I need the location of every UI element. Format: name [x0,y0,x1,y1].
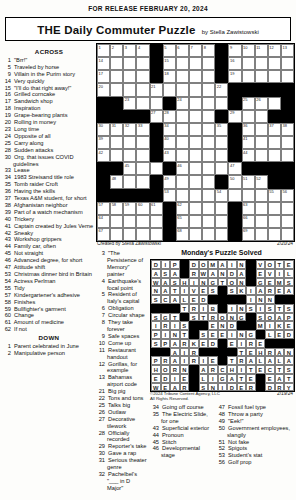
grid-cell [202,57,215,70]
black-cell [281,83,294,96]
clue-number: 55 [3,285,11,292]
grid-cell: N [180,365,190,374]
clue-list-header: ACROSS [3,49,95,56]
grid-cell: D [227,383,237,392]
clue: 46 Advanced degree, for short [3,257,95,264]
cell-number: 52 [256,176,260,181]
clue-text: Talks big [107,402,131,408]
clue-text: Christmas dinner bird in Britain [13,271,92,277]
clue-number: 46 [3,257,11,264]
grid-cell: 2 [110,44,123,57]
clue-number: 12 [97,361,105,368]
cell-number: 30 [99,123,103,128]
grid-cell: N [170,330,180,339]
cell-number: 36 [243,123,247,128]
grid-cell [202,149,215,162]
grid-cell: N [237,330,247,339]
clue: 56 Golf prop [217,459,295,466]
cell-number: 57 [99,202,103,207]
grid-cell: I [170,321,180,330]
grid-cell: S [246,304,256,313]
grid-cell [255,110,268,123]
clue-number: 16 [3,91,11,98]
clue-number: 56 [217,459,225,466]
grid-cell: 17 [97,70,110,83]
grid-cell: R [208,365,218,374]
cell-number: 8 [204,45,206,50]
black-cell [228,202,241,215]
cell-number: 28 [164,110,168,115]
clue: 1 "Brr!" [3,57,95,64]
cell-number: 48 [112,176,116,181]
clue: 19 Grape-bearing plants [3,112,95,119]
cell-number: 39 [99,136,103,141]
grid-cell [202,123,215,136]
clue-text: Big pig [107,388,126,394]
grid-cell [255,136,268,149]
grid-cell: 49 [163,175,176,188]
grid-cell [176,83,189,96]
clue-number: 11 [97,347,105,354]
grid-cell: G [237,313,247,322]
clue-text: Finishes [13,299,36,305]
clue-text: The Electric Slide, for one [161,411,208,424]
clue-text: Decorative tilework [107,416,136,429]
black-cell [281,175,294,188]
grid-cell: 48 [110,175,123,188]
clue: 40 Trickery [3,216,95,223]
cell-number: 31 [112,123,116,128]
grid-cell: L [275,356,285,365]
clue: 39 Part of a watch mechanism [3,209,95,216]
black-cell [242,162,255,175]
grid-cell [123,149,136,162]
black-cell [151,348,161,357]
clue: 6 Obligation [97,305,148,312]
grid-cell [255,123,268,136]
grid-cell: S [208,286,218,295]
grid-cell [176,136,189,149]
clue-number: 29 [97,443,105,450]
grid-cell: 23 [123,97,136,110]
clue-number: 44 [3,243,11,250]
black-cell [228,228,241,241]
clue: 12 Gorillas, for example [97,361,148,375]
black-cell [215,175,228,188]
cell-number: 5 [164,45,166,50]
cell-number: 33 [138,123,142,128]
clue: 14 Very quickly [3,78,95,85]
clue-text: Parent celebrated in June [13,343,79,349]
clue: 31 Serious theater genre [97,457,148,471]
cell-number: 35 [217,123,221,128]
clue-number: 14 [3,78,11,85]
grid-cell [228,189,241,202]
grid-cell: H [180,278,190,287]
black-cell [97,110,110,123]
clue: 29 Reporter's take [97,443,148,450]
black-cell [189,321,199,330]
clue: 35 The Electric Slide, for one [151,411,214,425]
grid-cell: R [161,321,171,330]
grid-cell: D [161,374,171,383]
grid-cell: E [256,269,266,278]
grid-cell: 12 [268,44,281,57]
byline: by Stella Zawistowski [200,29,259,35]
clue-number: 50 [217,425,225,432]
clue: 26 Outlaw [97,409,148,416]
clue-number: 43 [151,425,159,432]
grid-cell: G [161,313,171,322]
grid-cell: 3 [123,44,136,57]
clue-number: 32 [97,471,105,478]
grid-cell: R [189,348,199,357]
clue: 21 Big pig [97,388,148,395]
black-cell [161,348,171,357]
grid-cell: I [180,348,190,357]
grid-cell: 13 [281,44,294,57]
grid-cell: I [208,374,218,383]
black-cell [123,189,136,202]
grid-cell [176,110,189,123]
grid-cell [202,175,215,188]
cell-number: 29 [230,110,234,115]
grid-cell: I [246,286,256,295]
cell-number: 38 [282,123,286,128]
grid-cell [202,83,215,96]
grid-cell: 40 [163,136,176,149]
grid-cell: E [275,286,285,295]
clue-number: 51 [217,439,225,446]
clue-text: Part of a watch mechanism [13,209,83,215]
clue-text: Sandwich shop [13,98,53,104]
black-cell [281,97,294,110]
grid-cell: 37 [268,123,281,136]
clue: 15 "I'll do that right away!" [3,85,95,92]
grid-cell [268,70,281,83]
grid-cell: 22 [215,83,228,96]
clue-text: Having the skills [13,188,56,194]
grid-cell: R [246,339,256,348]
grid-cell: 19 [228,70,241,83]
cell-number: 13 [282,45,286,50]
grid-cell: S [180,321,190,330]
grid-cell: R [265,286,275,295]
clue-text: Traveled by horse [13,64,60,70]
grid-cell: 55 [268,189,281,202]
black-cell [275,295,285,304]
black-cell [284,339,294,348]
grid-cell: N [237,304,247,313]
black-cell [268,83,281,96]
clue-number: 9 [97,333,105,340]
grid-cell [110,136,123,149]
grid-cell [202,189,215,202]
grid-cell [189,228,202,241]
clue-number: 25 [3,140,11,147]
grid-cell: 16 [228,57,241,70]
clue-number: 27 [97,416,105,423]
grid-cell: E [227,339,237,348]
clue-number: 35 [3,181,11,188]
grid-cell [268,228,281,241]
grid-cell [150,97,163,110]
clue: 44 Family car, often [3,243,95,250]
black-cell [215,57,228,70]
grid-cell: 31 [110,123,123,136]
black-cell [97,97,110,110]
grid-cell: 53 [163,189,176,202]
grid-cell: I [199,304,209,313]
clue: 30 Org. that issues COVID guidelines [3,154,95,168]
black-cell [237,321,247,330]
grid-cell [202,110,215,123]
clue-number: 3 [97,250,105,257]
clue-text: Restaurant handout [107,347,136,360]
grid-cell: M [208,260,218,269]
grid-cell [215,97,228,110]
grid-cell [189,110,202,123]
grid-cell: R [189,356,199,365]
clue-number: 34 [151,404,159,411]
grid-cell [136,175,149,188]
clue-column-left: ACROSS1 "Brr!"5 Traveled by horse9 Villa… [3,47,95,497]
clue-list-header: DOWN [3,335,95,342]
grid-cell: E [208,321,218,330]
grid-cell: 69 [242,228,255,241]
grid-cell: 54 [215,189,228,202]
cell-number: 50 [230,176,234,181]
grid-cell: O [218,313,228,322]
black-cell [284,295,294,304]
clue: 54 Actress Perlman [3,278,95,285]
clue-number: 4 [97,278,105,285]
grid-cell: N [256,295,266,304]
clue: 13 Bahamas airport code [97,374,148,388]
cell-number: 22 [217,84,221,89]
grid-cell: 18 [163,70,176,83]
solution-grid: DIPDOMAINVOTEASARWANDAEVILWASHINGTONGEMS… [150,259,295,392]
grid-cell: B [208,304,218,313]
clue: 35 Tomb raider Croft [3,181,95,188]
grid-cell: 7 [189,44,202,57]
clue-text: Grape-bearing plants [13,112,68,118]
grid-cell: E [275,330,285,339]
grid-cell: 58 [110,202,123,215]
grid-cell: I [256,304,266,313]
grid-cell: D [284,330,294,339]
grid-cell: 56 [281,189,294,202]
black-cell [163,228,176,241]
clue: 16 Grilled corncake [3,91,95,98]
clue-text: Stitch [161,439,177,445]
black-cell [218,348,228,357]
grid-cell: T [170,313,180,322]
grid-cell [202,215,215,228]
grid-cell [110,70,123,83]
grid-cell: N [237,260,247,269]
clue-text: Pachelbel's "___ in D Major" [107,471,138,491]
grid-cell: 64 [97,215,110,228]
black-cell [218,295,228,304]
cell-number: 25 [243,97,247,102]
clue-number: 1 [3,343,11,350]
cell-number: 18 [164,71,168,76]
clue: 47 Attitude shift [3,264,95,271]
clue: 55 Tidy [3,285,95,292]
grid-cell [189,202,202,215]
grid-cell [136,136,149,149]
clue: 53 Student's stat [217,452,295,459]
grid-cell: A [170,339,180,348]
grid-cell: S [151,295,161,304]
black-cell [150,136,163,149]
clue-number: 62 [3,326,11,333]
clue-text: Not fake [227,439,250,445]
cell-number: 32 [125,123,129,128]
grid-cell: I [151,321,161,330]
clue: 5 Traveled by horse [3,64,95,71]
black-cell [255,83,268,96]
cell-number: 15 [164,58,168,63]
clue-text: Inspiration [13,105,41,111]
black-cell [227,348,237,357]
clue-text: "The Persistence of Memory" painter [107,250,144,277]
grid-cell: E [246,348,256,357]
clue-number: 53 [3,271,11,278]
grid-cell: W [151,278,161,287]
clue: 59 Bullfighter's garment [3,306,95,313]
clue-number: 57 [3,292,11,299]
black-cell [227,295,237,304]
clue-text: Amount of medicine [13,319,65,325]
grid-cell: P [161,339,171,348]
clue-number: 54 [3,278,11,285]
grid-cell: 11 [255,44,268,57]
clue: 17 Sandwich shop [3,98,95,105]
clue-number: 49 [217,418,225,425]
clue-number: 40 [3,216,11,223]
grid-cell: 66 [242,215,255,228]
grid-cell: G [218,374,228,383]
grid-cell: 26 [255,97,268,110]
black-cell [228,149,241,162]
grid-cell: R [161,356,171,365]
clue-number: 5 [3,64,11,71]
grid-cell [242,57,255,70]
grid-cell: T [170,286,180,295]
black-cell [199,348,209,357]
black-cell [215,70,228,83]
grid-cell [123,215,136,228]
clue-text: Tidy [13,285,25,291]
grid-cell: G [208,278,218,287]
grid-cell: E [199,286,209,295]
grid-cell: 29 [228,110,241,123]
clue-text: Resident of Italy's capital [107,291,140,304]
clue-text: They take forever [107,319,133,332]
grid-cell: M [256,321,266,330]
grid-cell: S [284,278,294,287]
grid-cell: A [256,286,266,295]
grid-cell: R [189,269,199,278]
grid-cell [202,70,215,83]
black-cell [218,304,228,313]
grid-cell: A [170,348,180,357]
solution-title: Monday's Puzzle Solved [150,249,293,256]
clue-text: Workshop grippers [13,236,62,242]
cell-number: 19 [230,71,234,76]
black-cell [150,189,163,202]
grid-cell [281,215,294,228]
grid-cell [281,136,294,149]
clue: 48 Throw a party [217,411,295,418]
grid-cell: 5 [163,44,176,57]
grid-cell [136,70,149,83]
cell-number: 45 [125,163,129,168]
clue: 32 Pachelbel's "___ in D Major" [97,471,148,492]
grid-cell: 42 [97,149,110,162]
clue-text: Tons and tons [107,395,144,401]
grid-cell: V [256,260,266,269]
grid-cell: A [208,269,218,278]
grid-cell [255,189,268,202]
black-cell [246,321,256,330]
grid-cell: I [227,304,237,313]
clue-number: 5 [97,291,105,298]
puzzle-title: THE Daily Commuter Puzzle [37,24,195,36]
clue-text: Change [13,312,35,318]
clue-number: 48 [217,411,225,418]
clue: 8 They take forever [97,319,148,333]
grid-cell: 43 [163,149,176,162]
grid-cell: E [256,365,266,374]
clue-text: Carry along [13,140,44,146]
black-cell [170,304,180,313]
cell-number: 20 [99,84,103,89]
clue-number: 15 [3,85,11,92]
clue-number: 7 [97,312,105,319]
grid-cell [215,215,228,228]
grid-cell: G [256,278,266,287]
solution-copyright: ©2024 Tribune Content Agency, LLC All Ri… [150,391,260,401]
clue-number: 36 [3,188,11,195]
cell-number: 9 [230,45,232,50]
grid-cell [242,110,255,123]
grid-cell: I [189,278,199,287]
clue-text: If not [13,326,27,332]
cell-number: 68 [177,228,181,233]
grid-cell: E [284,321,294,330]
clue-number: 46 [151,445,159,452]
grid-cell: A [161,286,171,295]
clue-text: 1983 Streisand title role [13,174,74,180]
grid-cell: E [199,339,209,348]
grid-cell [176,123,189,136]
clue-text: "Brr!" [13,57,28,63]
grid-cell [281,228,294,241]
grid-cell: K [237,286,247,295]
grid-cell [136,228,149,241]
grid-cell: 14 [97,57,110,70]
cell-number: 42 [99,150,103,155]
grid-cell [268,215,281,228]
black-cell [180,260,190,269]
grid-cell: Y [284,383,294,392]
grid-cell: D [227,269,237,278]
grid-cell: 8 [202,44,215,57]
grid-cell [123,228,136,241]
